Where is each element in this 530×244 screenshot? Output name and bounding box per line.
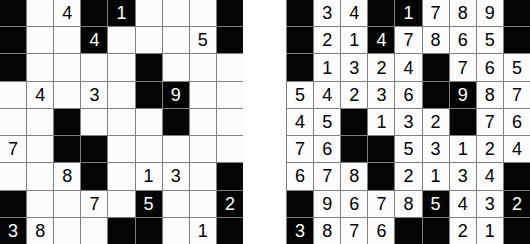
solution-cell-r9c8: 1 [477,218,503,244]
solution-cell-r9c6-black [423,218,449,244]
puzzle-cell-r7c8[interactable] [190,163,216,189]
solution-cell-r2c9-black [504,27,530,53]
solution-cell-r5c6: 2 [423,109,449,135]
puzzle-cell-r5c5[interactable] [108,109,134,135]
solution-cell-r5c4: 1 [368,109,394,135]
solution-cell-r6c4-black [368,136,394,162]
puzzle-cell-r7c6: 1 [136,163,162,189]
puzzle-cell-r9c2: 8 [27,218,53,244]
solution-cell-r8c2: 9 [314,191,340,217]
solution-cell-r4c1: 5 [287,82,313,108]
solution-cell-r4c7-black: 9 [450,82,476,108]
solution-cell-r2c7: 6 [450,27,476,53]
puzzle-cell-r9c4[interactable] [81,218,107,244]
solution-cell-r6c9: 4 [504,136,530,162]
puzzle-cell-r8c7[interactable] [163,191,189,217]
puzzle-cell-r7c5[interactable] [108,163,134,189]
solution-cell-r8c8: 3 [477,191,503,217]
solution-cell-r8c6-black: 5 [423,191,449,217]
solution-cell-r6c2: 6 [314,136,340,162]
solution-cell-r7c8: 4 [477,163,503,189]
puzzle-cell-r9c7[interactable] [163,218,189,244]
puzzle-cell-r3c6-black [136,54,162,80]
solution-cell-r4c8: 8 [477,82,503,108]
puzzle-cell-r9c3[interactable] [54,218,80,244]
puzzle-cell-r3c1-black [0,54,26,80]
puzzle-cell-r4c8[interactable] [190,82,216,108]
solution-cell-r7c3: 8 [341,163,367,189]
puzzle-cell-r3c8[interactable] [190,54,216,80]
solution-cell-r1c5-black: 1 [395,0,421,26]
puzzle-cell-r4c3[interactable] [54,82,80,108]
puzzle-cell-r8c6-black: 5 [136,191,162,217]
solution-cell-r8c4: 7 [368,191,394,217]
puzzle-cell-r8c9-black: 2 [217,191,243,217]
puzzle-cell-r4c9[interactable] [217,82,243,108]
puzzle-cell-r7c3: 8 [54,163,80,189]
solution-cell-r1c9-black [504,0,530,26]
solution-cell-r7c1: 6 [287,163,313,189]
puzzle-cell-r7c4-black [81,163,107,189]
solution-cell-r1c6: 7 [423,0,449,26]
solution-cell-r7c7: 3 [450,163,476,189]
puzzle-cell-r5c1[interactable] [0,109,26,135]
solution-cell-r6c5: 5 [395,136,421,162]
puzzle-grid: 41454397813752381 [0,0,243,244]
puzzle-cell-r4c6-black [136,82,162,108]
puzzle-cell-r3c5[interactable] [108,54,134,80]
solution-cell-r7c2: 7 [314,163,340,189]
solution-cell-r3c2: 1 [314,54,340,80]
puzzle-cell-r6c6[interactable] [136,136,162,162]
solution-cell-r8c7: 4 [450,191,476,217]
puzzle-cell-r6c9[interactable] [217,136,243,162]
puzzle-cell-r3c3[interactable] [54,54,80,80]
solution-cell-r6c1: 7 [287,136,313,162]
puzzle-cell-r6c1: 7 [0,136,26,162]
puzzle-cell-r8c2[interactable] [27,191,53,217]
solution-cell-r9c4: 6 [368,218,394,244]
puzzle-cell-r5c6[interactable] [136,109,162,135]
solution-cell-r4c5: 6 [395,82,421,108]
puzzle-cell-r2c8: 5 [190,27,216,53]
solution-cell-r1c8: 9 [477,0,503,26]
solution-cell-r8c9-black: 2 [504,191,530,217]
solution-cell-r5c9: 6 [504,109,530,135]
puzzle-cell-r5c9[interactable] [217,109,243,135]
solution-cell-r8c1-black [287,191,313,217]
puzzle-cell-r7c2[interactable] [27,163,53,189]
puzzle-cell-r6c8[interactable] [190,136,216,162]
solution-cell-r5c1: 4 [287,109,313,135]
puzzle-cell-r9c8: 1 [190,218,216,244]
puzzle-cell-r8c5[interactable] [108,191,134,217]
puzzle-cell-r2c7[interactable] [163,27,189,53]
puzzle-cell-r3c7[interactable] [163,54,189,80]
puzzle-cell-r2c6[interactable] [136,27,162,53]
solution-cell-r5c8: 7 [477,109,503,135]
solution-cell-r8c5: 8 [395,191,421,217]
solution-cell-r7c9-black [504,163,530,189]
solution-cell-r5c5: 3 [395,109,421,135]
puzzle-cell-r4c4: 3 [81,82,107,108]
solution-cell-r7c4-black [368,163,394,189]
puzzle-cell-r4c7-black: 9 [163,82,189,108]
solution-cell-r5c7-black [450,109,476,135]
puzzle-cell-r1c2[interactable] [27,0,53,26]
puzzle-cell-r1c9-black [217,0,243,26]
puzzle-cell-r5c7-black [163,109,189,135]
solution-cell-r8c3: 6 [341,191,367,217]
puzzle-cell-r5c2[interactable] [27,109,53,135]
solution-cell-r6c3-black [341,136,367,162]
puzzle-cell-r9c5-black [108,218,134,244]
solution-cell-r2c6: 8 [423,27,449,53]
puzzle-cell-r9c6-black [136,218,162,244]
solution-cell-r4c6-black [423,82,449,108]
puzzle-cell-r6c5[interactable] [108,136,134,162]
solution-cell-r9c7: 2 [450,218,476,244]
puzzle-cell-r8c3[interactable] [54,191,80,217]
solution-cell-r5c3-black [341,109,367,135]
puzzle-cell-r2c9-black [217,27,243,53]
puzzle-cell-r1c6[interactable] [136,0,162,26]
solution-cell-r6c6: 3 [423,136,449,162]
puzzle-cell-r2c3[interactable] [54,27,80,53]
puzzle-cell-r1c4-black [81,0,107,26]
solution-cell-r2c8: 5 [477,27,503,53]
solution-cell-r7c6: 1 [423,163,449,189]
puzzle-cell-r2c4-black: 4 [81,27,107,53]
solution-cell-r1c2: 3 [314,0,340,26]
puzzle-cell-r2c2[interactable] [27,27,53,53]
solution-cell-r1c7: 8 [450,0,476,26]
puzzle-cell-r1c1-black [0,0,26,26]
puzzle-cell-r1c8[interactable] [190,0,216,26]
puzzle-cell-r7c1[interactable] [0,163,26,189]
puzzle-cell-r2c5[interactable] [108,27,134,53]
solution-cell-r2c1-black [287,27,313,53]
solution-cell-r1c1-black [287,0,313,26]
solution-cell-r2c3: 1 [341,27,367,53]
solution-cell-r9c9-black [504,218,530,244]
puzzle-cell-r8c8[interactable] [190,191,216,217]
solution-cell-r3c3: 3 [341,54,367,80]
puzzle-cell-r6c4-black [81,136,107,162]
solution-cell-r4c4: 3 [368,82,394,108]
solution-cell-r2c5: 7 [395,27,421,53]
puzzle-cell-r7c7: 3 [163,163,189,189]
solution-cell-r1c3: 4 [341,0,367,26]
solution-cell-r3c8: 6 [477,54,503,80]
puzzle-cell-r9c9-black [217,218,243,244]
puzzle-cell-r1c3: 4 [54,0,80,26]
puzzle-cell-r6c2[interactable] [27,136,53,162]
puzzle-cell-r4c5[interactable] [108,82,134,108]
puzzle-cell-r3c9[interactable] [217,54,243,80]
puzzle-cell-r6c7[interactable] [163,136,189,162]
solution-cell-r6c8: 2 [477,136,503,162]
puzzle-cell-r3c4[interactable] [81,54,107,80]
solution-cell-r4c2: 4 [314,82,340,108]
puzzle-cell-r4c2: 4 [27,82,53,108]
puzzle-cell-r5c8[interactable] [190,109,216,135]
puzzle-cell-r4c1[interactable] [0,82,26,108]
solution-cell-r9c2: 8 [314,218,340,244]
solution-cell-r3c6-black [423,54,449,80]
puzzle-cell-r5c3-black [54,109,80,135]
puzzle-cell-r7c9-black [217,163,243,189]
solution-cell-r9c3: 7 [341,218,367,244]
solution-cell-r9c1-black: 3 [287,218,313,244]
solution-cell-r3c1-black [287,54,313,80]
solution-cell-r1c4-black [368,0,394,26]
puzzle-cell-r8c1-black [0,191,26,217]
puzzle-cell-r8c4: 7 [81,191,107,217]
puzzle-cell-r1c5-black: 1 [108,0,134,26]
puzzle-cell-r3c2[interactable] [27,54,53,80]
solution-cell-r3c5: 4 [395,54,421,80]
solution-cell-r2c4-black: 4 [368,27,394,53]
solution-grid: 3417892147865132476554236987451327676531… [286,0,530,244]
puzzle-cell-r9c1-black: 3 [0,218,26,244]
solution-cell-r7c5: 2 [395,163,421,189]
solution-cell-r3c9: 5 [504,54,530,80]
str8ts-diagram: 41454397813752381 3417892147865132476554… [0,0,530,244]
solution-cell-r3c7: 7 [450,54,476,80]
puzzle-cell-r1c7[interactable] [163,0,189,26]
puzzle-cell-r5c4[interactable] [81,109,107,135]
solution-cell-r2c2: 2 [314,27,340,53]
solution-cell-r4c3: 2 [341,82,367,108]
solution-cell-r5c2: 5 [314,109,340,135]
solution-cell-r6c7: 1 [450,136,476,162]
puzzle-cell-r2c1-black [0,27,26,53]
puzzle-cell-r6c3-black [54,136,80,162]
solution-cell-r9c5-black [395,218,421,244]
solution-cell-r3c4: 2 [368,54,394,80]
solution-cell-r4c9: 7 [504,82,530,108]
